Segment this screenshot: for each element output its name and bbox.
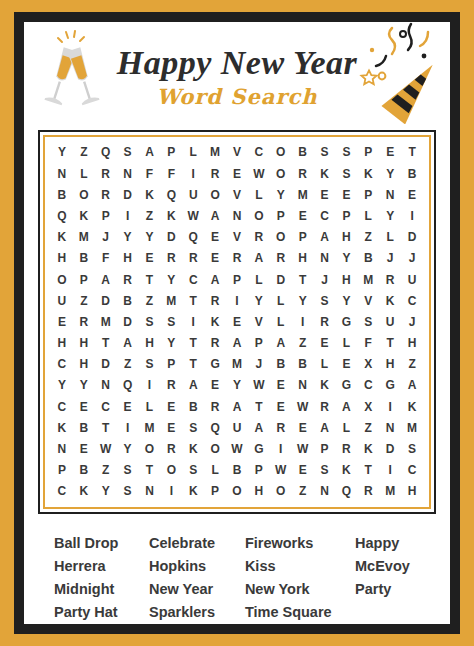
word-search-grid[interactable]: YZQSAPLMVCOBSSPETNLRNFFIREWORKSKYBBORDKQ…	[51, 142, 423, 502]
grid-cell[interactable]: H	[73, 333, 95, 354]
grid-cell[interactable]: C	[357, 375, 379, 396]
grid-cell[interactable]: Z	[292, 333, 314, 354]
grid-cell[interactable]: A	[95, 269, 117, 290]
grid-cell[interactable]: S	[139, 311, 161, 332]
grid-cell[interactable]: O	[270, 142, 292, 163]
grid-cell[interactable]: D	[401, 227, 423, 248]
grid-cell[interactable]: N	[314, 248, 336, 269]
grid-cell[interactable]: Q	[204, 417, 226, 438]
grid-cell[interactable]: L	[314, 354, 336, 375]
grid-cell[interactable]: R	[226, 248, 248, 269]
grid-cell[interactable]: K	[314, 163, 336, 184]
grid-cell[interactable]: P	[248, 460, 270, 481]
grid-cell[interactable]: L	[139, 396, 161, 417]
grid-cell[interactable]: R	[248, 227, 270, 248]
grid-cell[interactable]: T	[95, 333, 117, 354]
grid-cell[interactable]: K	[401, 396, 423, 417]
grid-cell[interactable]: B	[73, 417, 95, 438]
grid-cell[interactable]: A	[314, 227, 336, 248]
grid-cell[interactable]: R	[204, 290, 226, 311]
grid-cell[interactable]: B	[182, 396, 204, 417]
grid-cell[interactable]: P	[95, 205, 117, 226]
word-list-item[interactable]: McEvoy	[355, 555, 450, 578]
grid-cell[interactable]: A	[248, 417, 270, 438]
grid-cell[interactable]: H	[379, 354, 401, 375]
grid-cell[interactable]: S	[401, 438, 423, 459]
grid-cell[interactable]: J	[401, 311, 423, 332]
grid-cell[interactable]: E	[335, 184, 357, 205]
grid-cell[interactable]: W	[248, 163, 270, 184]
grid-cell[interactable]: Y	[51, 375, 73, 396]
grid-cell[interactable]: I	[379, 460, 401, 481]
grid-cell[interactable]: H	[51, 333, 73, 354]
grid-cell[interactable]: S	[314, 460, 336, 481]
grid-cell[interactable]: T	[248, 396, 270, 417]
grid-cell[interactable]: P	[51, 460, 73, 481]
grid-cell[interactable]: D	[379, 438, 401, 459]
grid-cell[interactable]: K	[379, 290, 401, 311]
grid-cell[interactable]: X	[357, 354, 379, 375]
grid-cell[interactable]: D	[160, 227, 182, 248]
grid-cell[interactable]: R	[204, 396, 226, 417]
grid-cell[interactable]: Y	[335, 290, 357, 311]
grid-cell[interactable]: L	[335, 333, 357, 354]
grid-cell[interactable]: Q	[117, 375, 139, 396]
grid-cell[interactable]: K	[335, 460, 357, 481]
grid-cell[interactable]: L	[379, 227, 401, 248]
grid-cell[interactable]: J	[401, 248, 423, 269]
grid-cell[interactable]: O	[204, 184, 226, 205]
grid-cell[interactable]: L	[73, 163, 95, 184]
grid-cell[interactable]: S	[139, 354, 161, 375]
grid-cell[interactable]: P	[357, 184, 379, 205]
grid-cell[interactable]: I	[182, 311, 204, 332]
grid-cell[interactable]: E	[204, 227, 226, 248]
grid-cell[interactable]: C	[248, 142, 270, 163]
grid-cell[interactable]: Y	[73, 375, 95, 396]
grid-cell[interactable]: O	[160, 460, 182, 481]
grid-cell[interactable]: O	[270, 227, 292, 248]
grid-cell[interactable]: Y	[95, 481, 117, 502]
grid-cell[interactable]: E	[292, 205, 314, 226]
grid-cell[interactable]: I	[117, 205, 139, 226]
grid-cell[interactable]: V	[357, 290, 379, 311]
grid-cell[interactable]: I	[270, 438, 292, 459]
grid-cell[interactable]: L	[335, 417, 357, 438]
grid-cell[interactable]: D	[95, 290, 117, 311]
grid-cell[interactable]: M	[139, 417, 161, 438]
grid-cell[interactable]: G	[335, 311, 357, 332]
grid-cell[interactable]: M	[401, 417, 423, 438]
grid-cell[interactable]: H	[51, 248, 73, 269]
grid-cell[interactable]: Q	[182, 227, 204, 248]
grid-cell[interactable]: E	[314, 333, 336, 354]
grid-cell[interactable]: R	[270, 248, 292, 269]
grid-cell[interactable]: J	[314, 269, 336, 290]
grid-cell[interactable]: M	[379, 481, 401, 502]
grid-cell[interactable]: K	[182, 438, 204, 459]
grid-cell[interactable]: F	[357, 333, 379, 354]
grid-cell[interactable]: L	[248, 269, 270, 290]
grid-cell[interactable]: E	[314, 184, 336, 205]
grid-cell[interactable]: U	[401, 269, 423, 290]
grid-cell[interactable]: K	[139, 184, 161, 205]
grid-cell[interactable]: A	[248, 248, 270, 269]
grid-cell[interactable]: C	[51, 354, 73, 375]
grid-cell[interactable]: N	[139, 481, 161, 502]
grid-cell[interactable]: K	[182, 481, 204, 502]
grid-cell[interactable]: R	[204, 163, 226, 184]
grid-cell[interactable]: O	[270, 481, 292, 502]
grid-cell[interactable]: K	[357, 163, 379, 184]
grid-cell[interactable]: J	[248, 354, 270, 375]
grid-cell[interactable]: R	[204, 333, 226, 354]
grid-cell[interactable]: S	[182, 417, 204, 438]
grid-cell[interactable]: O	[204, 438, 226, 459]
grid-cell[interactable]: T	[95, 417, 117, 438]
grid-cell[interactable]: K	[204, 311, 226, 332]
grid-cell[interactable]: T	[182, 290, 204, 311]
word-list-item[interactable]: Hopkins	[149, 555, 245, 578]
grid-cell[interactable]: S	[117, 142, 139, 163]
grid-cell[interactable]: S	[117, 481, 139, 502]
grid-cell[interactable]: E	[226, 163, 248, 184]
grid-cell[interactable]: X	[357, 396, 379, 417]
grid-cell[interactable]: Y	[270, 184, 292, 205]
word-list-item[interactable]: Party	[355, 578, 450, 601]
grid-cell[interactable]: R	[95, 184, 117, 205]
grid-cell[interactable]: E	[335, 354, 357, 375]
grid-cell[interactable]: P	[270, 205, 292, 226]
grid-cell[interactable]: E	[270, 375, 292, 396]
grid-cell[interactable]: Z	[95, 460, 117, 481]
grid-cell[interactable]: I	[379, 396, 401, 417]
grid-cell[interactable]: L	[204, 460, 226, 481]
grid-cell[interactable]: F	[95, 248, 117, 269]
grid-cell[interactable]: A	[401, 375, 423, 396]
grid-cell[interactable]: E	[292, 417, 314, 438]
grid-cell[interactable]: R	[73, 311, 95, 332]
grid-cell[interactable]: L	[248, 184, 270, 205]
grid-cell[interactable]: T	[401, 142, 423, 163]
grid-cell[interactable]: I	[182, 163, 204, 184]
grid-cell[interactable]: R	[357, 481, 379, 502]
word-list-item[interactable]: Sparklers	[149, 601, 245, 624]
grid-cell[interactable]: Z	[117, 354, 139, 375]
grid-cell[interactable]: G	[379, 375, 401, 396]
grid-cell[interactable]: E	[73, 438, 95, 459]
grid-cell[interactable]: R	[160, 375, 182, 396]
grid-cell[interactable]: O	[73, 184, 95, 205]
grid-cell[interactable]: O	[51, 269, 73, 290]
grid-cell[interactable]: A	[314, 417, 336, 438]
grid-cell[interactable]: J	[95, 227, 117, 248]
grid-cell[interactable]: M	[204, 142, 226, 163]
grid-cell[interactable]: O	[226, 481, 248, 502]
grid-cell[interactable]: G	[248, 438, 270, 459]
grid-cell[interactable]: P	[226, 269, 248, 290]
grid-cell[interactable]: K	[51, 227, 73, 248]
grid-cell[interactable]: R	[160, 438, 182, 459]
grid-cell[interactable]: Z	[139, 290, 161, 311]
grid-cell[interactable]: P	[160, 142, 182, 163]
grid-cell[interactable]: H	[335, 227, 357, 248]
grid-cell[interactable]: Z	[357, 417, 379, 438]
grid-cell[interactable]: R	[160, 248, 182, 269]
grid-cell[interactable]: I	[226, 290, 248, 311]
grid-cell[interactable]: Z	[292, 481, 314, 502]
grid-cell[interactable]: E	[139, 248, 161, 269]
grid-cell[interactable]: K	[73, 205, 95, 226]
grid-cell[interactable]: D	[95, 354, 117, 375]
grid-cell[interactable]: E	[270, 396, 292, 417]
grid-cell[interactable]: B	[226, 460, 248, 481]
grid-cell[interactable]: T	[182, 354, 204, 375]
grid-cell[interactable]: N	[314, 481, 336, 502]
grid-cell[interactable]: K	[160, 205, 182, 226]
grid-cell[interactable]: Y	[139, 227, 161, 248]
grid-cell[interactable]: P	[204, 481, 226, 502]
grid-cell[interactable]: E	[51, 311, 73, 332]
grid-cell[interactable]: C	[51, 481, 73, 502]
grid-cell[interactable]: A	[335, 396, 357, 417]
grid-cell[interactable]: S	[117, 460, 139, 481]
grid-cell[interactable]: I	[401, 205, 423, 226]
grid-cell[interactable]: Z	[73, 290, 95, 311]
grid-cell[interactable]: J	[379, 248, 401, 269]
grid-cell[interactable]: Y	[160, 269, 182, 290]
grid-cell[interactable]: K	[314, 375, 336, 396]
word-list-item[interactable]: Ball Drop	[54, 532, 149, 555]
grid-cell[interactable]: O	[139, 438, 161, 459]
grid-cell[interactable]: P	[335, 205, 357, 226]
grid-cell[interactable]: N	[379, 417, 401, 438]
grid-cell[interactable]: H	[401, 481, 423, 502]
grid-cell[interactable]: Z	[139, 205, 161, 226]
grid-cell[interactable]: S	[357, 311, 379, 332]
word-list-item[interactable]: Party Hat	[54, 601, 149, 624]
grid-cell[interactable]: E	[160, 396, 182, 417]
grid-cell[interactable]: C	[314, 205, 336, 226]
grid-cell[interactable]: T	[139, 460, 161, 481]
grid-cell[interactable]: E	[292, 460, 314, 481]
grid-cell[interactable]: P	[248, 333, 270, 354]
grid-cell[interactable]: O	[248, 205, 270, 226]
grid-cell[interactable]: F	[160, 163, 182, 184]
grid-cell[interactable]: H	[292, 248, 314, 269]
grid-cell[interactable]: E	[73, 396, 95, 417]
grid-cell[interactable]: R	[117, 269, 139, 290]
grid-cell[interactable]: N	[51, 438, 73, 459]
grid-cell[interactable]: O	[270, 163, 292, 184]
grid-cell[interactable]: I	[292, 311, 314, 332]
grid-cell[interactable]: M	[226, 354, 248, 375]
grid-cell[interactable]: D	[117, 184, 139, 205]
grid-cell[interactable]: K	[357, 438, 379, 459]
grid-cell[interactable]: E	[379, 142, 401, 163]
grid-cell[interactable]: M	[292, 184, 314, 205]
grid-cell[interactable]: F	[139, 163, 161, 184]
grid-cell[interactable]: C	[401, 290, 423, 311]
grid-cell[interactable]: Y	[117, 227, 139, 248]
grid-cell[interactable]: A	[204, 205, 226, 226]
grid-cell[interactable]: N	[95, 375, 117, 396]
grid-cell[interactable]: B	[73, 460, 95, 481]
grid-cell[interactable]: P	[160, 354, 182, 375]
grid-cell[interactable]: V	[226, 142, 248, 163]
grid-cell[interactable]: M	[160, 290, 182, 311]
word-list-item[interactable]: Midnight	[54, 578, 149, 601]
grid-cell[interactable]: T	[357, 460, 379, 481]
grid-cell[interactable]: A	[226, 333, 248, 354]
grid-cell[interactable]: Y	[379, 163, 401, 184]
grid-cell[interactable]: A	[226, 396, 248, 417]
grid-cell[interactable]: G	[335, 375, 357, 396]
grid-cell[interactable]: P	[73, 269, 95, 290]
grid-cell[interactable]: A	[139, 142, 161, 163]
grid-cell[interactable]: G	[204, 354, 226, 375]
grid-cell[interactable]: N	[226, 205, 248, 226]
grid-cell[interactable]: H	[73, 354, 95, 375]
grid-cell[interactable]: D	[117, 311, 139, 332]
grid-cell[interactable]: R	[314, 396, 336, 417]
grid-cell[interactable]: W	[226, 438, 248, 459]
grid-cell[interactable]: I	[117, 417, 139, 438]
grid-cell[interactable]: L	[182, 142, 204, 163]
word-list-item[interactable]: New Year	[149, 578, 245, 601]
grid-cell[interactable]: R	[95, 163, 117, 184]
grid-cell[interactable]: Z	[357, 227, 379, 248]
grid-cell[interactable]: M	[95, 311, 117, 332]
grid-cell[interactable]: E	[226, 311, 248, 332]
grid-cell[interactable]: E	[117, 396, 139, 417]
grid-cell[interactable]: L	[357, 205, 379, 226]
grid-cell[interactable]: R	[335, 438, 357, 459]
grid-cell[interactable]: Y	[292, 290, 314, 311]
grid-cell[interactable]: S	[182, 460, 204, 481]
grid-cell[interactable]: T	[139, 269, 161, 290]
grid-cell[interactable]: A	[182, 375, 204, 396]
grid-cell[interactable]: R	[182, 248, 204, 269]
grid-cell[interactable]: E	[401, 184, 423, 205]
grid-cell[interactable]: H	[139, 333, 161, 354]
grid-cell[interactable]: L	[270, 290, 292, 311]
grid-cell[interactable]: L	[270, 311, 292, 332]
grid-cell[interactable]: I	[160, 481, 182, 502]
grid-cell[interactable]: I	[139, 375, 161, 396]
grid-cell[interactable]: Q	[335, 481, 357, 502]
grid-cell[interactable]: N	[117, 163, 139, 184]
grid-cell[interactable]: U	[51, 290, 73, 311]
grid-cell[interactable]: W	[182, 205, 204, 226]
grid-cell[interactable]: N	[379, 184, 401, 205]
grid-cell[interactable]: E	[160, 417, 182, 438]
grid-cell[interactable]: R	[292, 163, 314, 184]
grid-cell[interactable]: B	[51, 184, 73, 205]
grid-cell[interactable]: V	[248, 311, 270, 332]
grid-cell[interactable]: R	[379, 269, 401, 290]
grid-cell[interactable]: W	[292, 396, 314, 417]
grid-cell[interactable]: U	[226, 417, 248, 438]
grid-cell[interactable]: Y	[379, 205, 401, 226]
grid-cell[interactable]: V	[226, 227, 248, 248]
grid-cell[interactable]: B	[401, 163, 423, 184]
grid-cell[interactable]: S	[335, 163, 357, 184]
word-list-item[interactable]: Kiss	[245, 555, 355, 578]
grid-cell[interactable]: H	[401, 333, 423, 354]
grid-cell[interactable]: Q	[95, 142, 117, 163]
word-list-item[interactable]: Herrera	[54, 555, 149, 578]
grid-cell[interactable]: T	[182, 333, 204, 354]
grid-cell[interactable]: P	[357, 142, 379, 163]
grid-cell[interactable]: Q	[51, 205, 73, 226]
grid-cell[interactable]: W	[292, 438, 314, 459]
grid-cell[interactable]: R	[314, 311, 336, 332]
grid-cell[interactable]: A	[204, 269, 226, 290]
grid-cell[interactable]: Z	[401, 354, 423, 375]
grid-cell[interactable]: B	[117, 290, 139, 311]
grid-cell[interactable]: S	[314, 142, 336, 163]
grid-cell[interactable]: K	[51, 417, 73, 438]
grid-cell[interactable]: W	[248, 375, 270, 396]
word-list-item[interactable]: Celebrate	[149, 532, 245, 555]
grid-cell[interactable]: S	[160, 311, 182, 332]
grid-cell[interactable]: M	[73, 227, 95, 248]
grid-cell[interactable]: Y	[160, 333, 182, 354]
grid-cell[interactable]: B	[292, 142, 314, 163]
grid-cell[interactable]: N	[292, 375, 314, 396]
grid-cell[interactable]: Q	[160, 184, 182, 205]
grid-cell[interactable]: M	[357, 269, 379, 290]
grid-cell[interactable]: B	[357, 248, 379, 269]
grid-cell[interactable]: T	[292, 269, 314, 290]
grid-cell[interactable]: Y	[335, 248, 357, 269]
grid-cell[interactable]: S	[314, 290, 336, 311]
grid-cell[interactable]: H	[248, 481, 270, 502]
grid-cell[interactable]: B	[270, 354, 292, 375]
grid-cell[interactable]: Y	[248, 290, 270, 311]
grid-cell[interactable]: A	[117, 333, 139, 354]
grid-cell[interactable]: E	[204, 375, 226, 396]
grid-cell[interactable]: S	[335, 142, 357, 163]
grid-cell[interactable]: P	[292, 227, 314, 248]
word-list-item[interactable]: New York	[245, 578, 355, 601]
grid-cell[interactable]: W	[95, 438, 117, 459]
grid-cell[interactable]: V	[226, 184, 248, 205]
word-list-item[interactable]: Fireworks	[245, 532, 355, 555]
grid-cell[interactable]: B	[73, 248, 95, 269]
grid-cell[interactable]: C	[182, 269, 204, 290]
grid-cell[interactable]: U	[379, 311, 401, 332]
grid-cell[interactable]: C	[51, 396, 73, 417]
grid-cell[interactable]: K	[73, 481, 95, 502]
grid-cell[interactable]: C	[401, 460, 423, 481]
grid-cell[interactable]: U	[182, 184, 204, 205]
grid-cell[interactable]: B	[292, 354, 314, 375]
grid-cell[interactable]: Y	[117, 438, 139, 459]
grid-cell[interactable]: E	[204, 248, 226, 269]
grid-cell[interactable]: P	[314, 438, 336, 459]
word-list-item[interactable]: Happy	[355, 532, 450, 555]
grid-cell[interactable]: W	[270, 460, 292, 481]
grid-cell[interactable]: D	[270, 269, 292, 290]
grid-cell[interactable]: H	[117, 248, 139, 269]
grid-cell[interactable]: A	[270, 333, 292, 354]
grid-cell[interactable]: Z	[73, 142, 95, 163]
grid-cell[interactable]: T	[379, 333, 401, 354]
grid-cell[interactable]: N	[51, 163, 73, 184]
grid-cell[interactable]: Y	[51, 142, 73, 163]
